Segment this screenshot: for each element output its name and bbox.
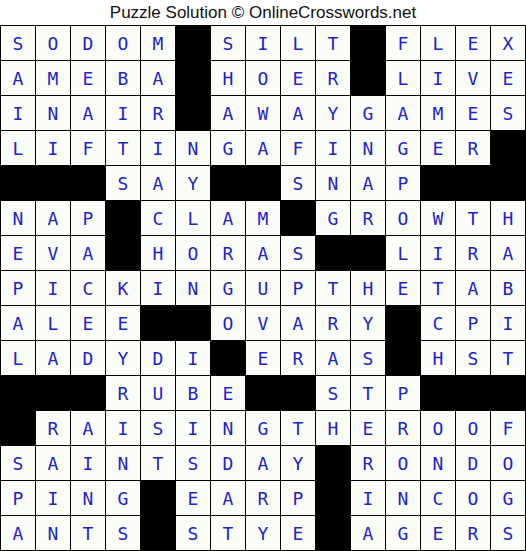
letter-cell-r6c2: A (36, 201, 70, 235)
letter-cell-r2c10: R (316, 61, 350, 95)
letter-cell-r3c15: S (491, 96, 525, 130)
letter-cell-r4c11: N (351, 131, 385, 165)
letter-cell-r7c5: H (141, 236, 175, 270)
letter-cell-r14c1: P (1, 481, 35, 515)
letter-cell-r4c4: T (106, 131, 140, 165)
block-cell-r14c5 (141, 481, 175, 515)
letter-cell-r8c5: I (141, 271, 175, 305)
letter-cell-r10c3: D (71, 341, 105, 375)
letter-cell-r2c15: E (491, 61, 525, 95)
letter-cell-r4c3: F (71, 131, 105, 165)
letter-cell-r14c7: A (211, 481, 245, 515)
letter-cell-r8c3: C (71, 271, 105, 305)
letter-cell-r14c3: N (71, 481, 105, 515)
letter-cell-r1c10: T (316, 26, 350, 60)
block-cell-r5c3 (71, 166, 105, 200)
letter-cell-r4c14: R (456, 131, 490, 165)
block-cell-r7c11 (351, 236, 385, 270)
letter-cell-r7c1: E (1, 236, 35, 270)
letter-cell-r1c12: F (386, 26, 420, 60)
letter-cell-r3c9: A (281, 96, 315, 130)
letter-cell-r12c14: O (456, 411, 490, 445)
letter-cell-r4c1: L (1, 131, 35, 165)
letter-cell-r3c5: R (141, 96, 175, 130)
block-cell-r11c2 (36, 376, 70, 410)
letter-cell-r10c13: H (421, 341, 455, 375)
letter-cell-r10c9: R (281, 341, 315, 375)
letter-cell-r9c4: E (106, 306, 140, 340)
block-cell-r15c5 (141, 516, 175, 550)
letter-cell-r2c5: A (141, 61, 175, 95)
letter-cell-r7c7: R (211, 236, 245, 270)
letter-cell-r10c8: E (246, 341, 280, 375)
letter-cell-r8c2: I (36, 271, 70, 305)
letter-cell-r15c11: A (351, 516, 385, 550)
letter-cell-r10c15: T (491, 341, 525, 375)
letter-cell-r15c14: R (456, 516, 490, 550)
block-cell-r10c12 (386, 341, 420, 375)
letter-cell-r2c7: H (211, 61, 245, 95)
letter-cell-r14c12: N (386, 481, 420, 515)
letter-cell-r7c8: A (246, 236, 280, 270)
letter-cell-r1c8: I (246, 26, 280, 60)
letter-cell-r11c4: R (106, 376, 140, 410)
block-cell-r11c3 (71, 376, 105, 410)
letter-cell-r15c6: S (176, 516, 210, 550)
letter-cell-r4c5: I (141, 131, 175, 165)
letter-cell-r8c1: P (1, 271, 35, 305)
letter-cell-r13c2: A (36, 446, 70, 480)
letter-cell-r3c4: I (106, 96, 140, 130)
letter-cell-r3c14: E (456, 96, 490, 130)
letter-cell-r6c1: N (1, 201, 35, 235)
letter-cell-r2c8: O (246, 61, 280, 95)
letter-cell-r10c1: L (1, 341, 35, 375)
letter-cell-r13c8: A (246, 446, 280, 480)
letter-cell-r14c6: E (176, 481, 210, 515)
letter-cell-r1c7: S (211, 26, 245, 60)
letter-cell-r10c5: D (141, 341, 175, 375)
letter-cell-r12c12: R (386, 411, 420, 445)
letter-cell-r11c11: T (351, 376, 385, 410)
letter-cell-r6c11: R (351, 201, 385, 235)
letter-cell-r14c4: G (106, 481, 140, 515)
letter-cell-r11c7: E (211, 376, 245, 410)
block-cell-r13c10 (316, 446, 350, 480)
letter-cell-r13c6: S (176, 446, 210, 480)
letter-cell-r7c3: A (71, 236, 105, 270)
letter-cell-r8c14: A (456, 271, 490, 305)
letter-cell-r6c6: L (176, 201, 210, 235)
letter-cell-r6c3: P (71, 201, 105, 235)
letter-cell-r15c1: A (1, 516, 35, 550)
letter-cell-r6c5: C (141, 201, 175, 235)
letter-cell-r13c13: N (421, 446, 455, 480)
letter-cell-r12c3: A (71, 411, 105, 445)
letter-cell-r1c13: L (421, 26, 455, 60)
block-cell-r6c4 (106, 201, 140, 235)
letter-cell-r7c2: V (36, 236, 70, 270)
letter-cell-r7c9: S (281, 236, 315, 270)
letter-cell-r6c8: M (246, 201, 280, 235)
letter-cell-r14c11: I (351, 481, 385, 515)
letter-cell-r2c3: E (71, 61, 105, 95)
letter-cell-r14c13: C (421, 481, 455, 515)
letter-cell-r2c2: M (36, 61, 70, 95)
letter-cell-r9c3: E (71, 306, 105, 340)
block-cell-r10c7 (211, 341, 245, 375)
letter-cell-r9c11: Y (351, 306, 385, 340)
block-cell-r7c4 (106, 236, 140, 270)
letter-cell-r8c15: B (491, 271, 525, 305)
letter-cell-r3c1: I (1, 96, 35, 130)
letter-cell-r12c4: I (106, 411, 140, 445)
letter-cell-r13c7: D (211, 446, 245, 480)
letter-cell-r12c6: I (176, 411, 210, 445)
block-cell-r11c8 (246, 376, 280, 410)
letter-cell-r1c15: X (491, 26, 525, 60)
letter-cell-r1c4: O (106, 26, 140, 60)
letter-cell-r3c2: N (36, 96, 70, 130)
block-cell-r2c6 (176, 61, 210, 95)
letter-cell-r15c13: E (421, 516, 455, 550)
letter-cell-r6c10: G (316, 201, 350, 235)
letter-cell-r5c12: P (386, 166, 420, 200)
letter-cell-r5c11: A (351, 166, 385, 200)
block-cell-r1c11 (351, 26, 385, 60)
letter-cell-r11c5: U (141, 376, 175, 410)
block-cell-r4c15 (491, 131, 525, 165)
letter-cell-r10c14: S (456, 341, 490, 375)
block-cell-r11c15 (491, 376, 525, 410)
letter-cell-r1c14: E (456, 26, 490, 60)
letter-cell-r7c6: O (176, 236, 210, 270)
letter-cell-r7c14: R (456, 236, 490, 270)
letter-cell-r8c12: E (386, 271, 420, 305)
letter-cell-r13c3: I (71, 446, 105, 480)
letter-cell-r15c9: E (281, 516, 315, 550)
letter-cell-r12c13: O (421, 411, 455, 445)
letter-cell-r12c15: F (491, 411, 525, 445)
block-cell-r3c6 (176, 96, 210, 130)
letter-cell-r8c4: K (106, 271, 140, 305)
block-cell-r5c2 (36, 166, 70, 200)
letter-cell-r12c2: R (36, 411, 70, 445)
letter-cell-r9c10: R (316, 306, 350, 340)
block-cell-r6c9 (281, 201, 315, 235)
block-cell-r12c1 (1, 411, 35, 445)
letter-cell-r4c10: I (316, 131, 350, 165)
letter-cell-r2c14: V (456, 61, 490, 95)
letter-cell-r12c9: T (281, 411, 315, 445)
letter-cell-r8c9: P (281, 271, 315, 305)
letter-cell-r1c3: D (71, 26, 105, 60)
block-cell-r9c12 (386, 306, 420, 340)
letter-cell-r10c4: Y (106, 341, 140, 375)
letter-cell-r13c11: R (351, 446, 385, 480)
letter-cell-r14c2: I (36, 481, 70, 515)
letter-cell-r15c12: G (386, 516, 420, 550)
letter-cell-r13c9: Y (281, 446, 315, 480)
letter-cell-r12c10: H (316, 411, 350, 445)
letter-cell-r9c13: C (421, 306, 455, 340)
letter-cell-r9c8: V (246, 306, 280, 340)
block-cell-r5c14 (456, 166, 490, 200)
letter-cell-r3c13: M (421, 96, 455, 130)
letter-cell-r8c8: U (246, 271, 280, 305)
letter-cell-r14c9: P (281, 481, 315, 515)
letter-cell-r14c8: R (246, 481, 280, 515)
letter-cell-r2c4: B (106, 61, 140, 95)
letter-cell-r10c2: A (36, 341, 70, 375)
letter-cell-r15c4: S (106, 516, 140, 550)
letter-cell-r6c14: T (456, 201, 490, 235)
block-cell-r5c13 (421, 166, 455, 200)
letter-cell-r15c8: Y (246, 516, 280, 550)
block-cell-r5c8 (246, 166, 280, 200)
letter-cell-r2c1: A (1, 61, 35, 95)
letter-cell-r9c7: O (211, 306, 245, 340)
letter-cell-r4c6: N (176, 131, 210, 165)
letter-cell-r6c7: A (211, 201, 245, 235)
letter-cell-r12c5: S (141, 411, 175, 445)
letter-cell-r11c12: P (386, 376, 420, 410)
letter-cell-r4c12: G (386, 131, 420, 165)
letter-cell-r2c12: L (386, 61, 420, 95)
letter-cell-r3c3: A (71, 96, 105, 130)
letter-cell-r15c2: N (36, 516, 70, 550)
letter-cell-r15c15: S (491, 516, 525, 550)
letter-cell-r13c14: D (456, 446, 490, 480)
block-cell-r5c7 (211, 166, 245, 200)
letter-cell-r8c6: N (176, 271, 210, 305)
letter-cell-r6c15: H (491, 201, 525, 235)
block-cell-r11c9 (281, 376, 315, 410)
block-cell-r7c10 (316, 236, 350, 270)
letter-cell-r10c10: A (316, 341, 350, 375)
letter-cell-r8c11: H (351, 271, 385, 305)
block-cell-r14c10 (316, 481, 350, 515)
letter-cell-r5c5: A (141, 166, 175, 200)
letter-cell-r5c9: S (281, 166, 315, 200)
letter-cell-r9c15: I (491, 306, 525, 340)
letter-cell-r2c9: E (281, 61, 315, 95)
block-cell-r15c10 (316, 516, 350, 550)
letter-cell-r11c6: B (176, 376, 210, 410)
letter-cell-r4c13: E (421, 131, 455, 165)
letter-cell-r14c15: G (491, 481, 525, 515)
letter-cell-r1c1: S (1, 26, 35, 60)
block-cell-r2c11 (351, 61, 385, 95)
letter-cell-r10c6: I (176, 341, 210, 375)
letter-cell-r9c1: A (1, 306, 35, 340)
letter-cell-r15c7: T (211, 516, 245, 550)
letter-cell-r3c11: G (351, 96, 385, 130)
letter-cell-r13c5: T (141, 446, 175, 480)
block-cell-r11c13 (421, 376, 455, 410)
letter-cell-r1c9: L (281, 26, 315, 60)
letter-cell-r7c13: I (421, 236, 455, 270)
letter-cell-r13c15: O (491, 446, 525, 480)
letter-cell-r6c13: W (421, 201, 455, 235)
block-cell-r11c14 (456, 376, 490, 410)
page-title: Puzzle Solution © OnlineCrosswords.net (0, 0, 526, 25)
letter-cell-r5c6: Y (176, 166, 210, 200)
crossword-grid: SODOMSILTFLEXAMEBAHOERLIVEINAIRAWAYGAMES… (0, 25, 526, 551)
letter-cell-r12c8: G (246, 411, 280, 445)
letter-cell-r12c7: N (211, 411, 245, 445)
letter-cell-r8c10: T (316, 271, 350, 305)
letter-cell-r4c2: I (36, 131, 70, 165)
letter-cell-r11c10: S (316, 376, 350, 410)
letter-cell-r5c10: N (316, 166, 350, 200)
letter-cell-r4c8: A (246, 131, 280, 165)
letter-cell-r4c7: G (211, 131, 245, 165)
block-cell-r1c6 (176, 26, 210, 60)
block-cell-r5c1 (1, 166, 35, 200)
letter-cell-r13c4: N (106, 446, 140, 480)
letter-cell-r1c2: O (36, 26, 70, 60)
letter-cell-r8c7: G (211, 271, 245, 305)
block-cell-r5c15 (491, 166, 525, 200)
letter-cell-r8c13: T (421, 271, 455, 305)
letter-cell-r2c13: I (421, 61, 455, 95)
letter-cell-r9c9: A (281, 306, 315, 340)
letter-cell-r13c1: S (1, 446, 35, 480)
letter-cell-r14c14: O (456, 481, 490, 515)
letter-cell-r3c10: Y (316, 96, 350, 130)
letter-cell-r10c11: S (351, 341, 385, 375)
block-cell-r9c6 (176, 306, 210, 340)
block-cell-r11c1 (1, 376, 35, 410)
letter-cell-r7c15: A (491, 236, 525, 270)
letter-cell-r12c11: E (351, 411, 385, 445)
letter-cell-r15c3: T (71, 516, 105, 550)
block-cell-r9c5 (141, 306, 175, 340)
letter-cell-r6c12: O (386, 201, 420, 235)
letter-cell-r13c12: O (386, 446, 420, 480)
letter-cell-r1c5: M (141, 26, 175, 60)
letter-cell-r9c2: L (36, 306, 70, 340)
letter-cell-r7c12: L (386, 236, 420, 270)
letter-cell-r3c7: A (211, 96, 245, 130)
letter-cell-r5c4: S (106, 166, 140, 200)
letter-cell-r9c14: P (456, 306, 490, 340)
letter-cell-r4c9: F (281, 131, 315, 165)
letter-cell-r3c12: A (386, 96, 420, 130)
letter-cell-r3c8: W (246, 96, 280, 130)
